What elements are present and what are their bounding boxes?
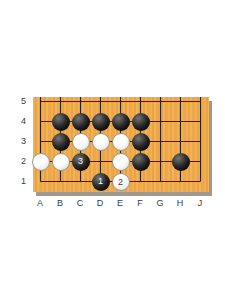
column-label-E: E	[110, 197, 130, 209]
row-label-2: 2	[12, 151, 28, 171]
column-label-H: H	[170, 197, 190, 209]
stone-black-E4	[112, 113, 130, 131]
row-labels: 54321	[12, 91, 28, 191]
row-label-3: 3	[12, 131, 28, 151]
row-label-5: 5	[12, 91, 28, 111]
column-label-B: B	[50, 197, 70, 209]
stone-black-D4	[92, 113, 110, 131]
stone-white-E1: 2	[112, 173, 130, 191]
stones-layer: 312	[31, 92, 211, 192]
stone-black-F4	[132, 113, 150, 131]
column-labels: ABCDEFGHJ	[30, 197, 210, 209]
column-label-D: D	[90, 197, 110, 209]
move-number-3: 3	[72, 153, 90, 170]
row-label-1: 1	[12, 171, 28, 191]
move-number-1: 1	[92, 173, 110, 190]
stone-black-H2	[172, 153, 190, 171]
stone-white-E2	[112, 153, 130, 171]
stone-black-C2: 3	[72, 153, 90, 171]
stone-white-E3	[112, 133, 130, 151]
stone-white-B2	[52, 153, 70, 171]
stone-black-C4	[72, 113, 90, 131]
stone-black-D1: 1	[92, 173, 110, 191]
stone-black-F2	[132, 153, 150, 171]
column-label-J: J	[190, 197, 210, 209]
stone-black-B4	[52, 113, 70, 131]
column-label-A: A	[30, 197, 50, 209]
move-number-2: 2	[113, 174, 129, 191]
stone-black-B3	[52, 133, 70, 151]
go-problem-diagram: 54321 312 ABCDEFGHJ	[0, 0, 225, 300]
stone-white-A2	[32, 153, 50, 171]
stone-white-D3	[92, 133, 110, 151]
stone-white-C3	[72, 133, 90, 151]
go-board[interactable]: 312	[33, 97, 209, 192]
column-label-F: F	[130, 197, 150, 209]
column-label-G: G	[150, 197, 170, 209]
column-label-C: C	[70, 197, 90, 209]
stone-black-F3	[132, 133, 150, 151]
row-label-4: 4	[12, 111, 28, 131]
